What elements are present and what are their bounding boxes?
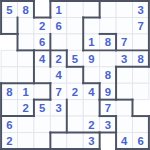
cell-r4-c1[interactable]: [1, 50, 17, 66]
cell-r6-c9[interactable]: [132, 83, 148, 99]
cell-r8-c4[interactable]: [50, 116, 66, 132]
given-digit-r9-c6: 3: [88, 135, 94, 147]
cell-r4-c2[interactable]: [18, 50, 34, 66]
cell-r5-c5[interactable]: [67, 67, 83, 83]
given-digit-r7-c4: 3: [55, 102, 61, 114]
given-digit-r8-c1: 6: [6, 119, 12, 131]
cell-r4-c7[interactable]: [100, 50, 116, 66]
given-digit-r1-c1: 5: [6, 4, 12, 16]
cell-r3-c9[interactable]: [132, 34, 148, 50]
cell-r8-c3[interactable]: [34, 116, 50, 132]
given-digit-r6-c5: 2: [72, 86, 78, 98]
given-digit-r1-c4: 1: [55, 4, 61, 16]
cell-r6-c8[interactable]: [116, 83, 132, 99]
given-digit-r7-c3: 5: [39, 102, 45, 114]
given-digit-r3-c6: 1: [88, 36, 94, 48]
given-digit-r1-c9: 3: [138, 4, 144, 16]
given-digit-r6-c6: 4: [88, 86, 95, 98]
given-digit-r3-c3: 6: [39, 36, 45, 48]
given-digit-r5-c4: 4: [55, 69, 62, 81]
given-digit-r2-c4: 6: [55, 20, 61, 32]
cell-r1-c7[interactable]: [100, 1, 116, 17]
cell-r1-c8[interactable]: [116, 1, 132, 17]
cell-r1-c6[interactable]: [83, 1, 99, 17]
cell-r5-c1[interactable]: [1, 67, 17, 83]
cell-r3-c4[interactable]: [50, 34, 66, 50]
given-digit-r9-c8: 4: [121, 135, 128, 147]
cell-r2-c6[interactable]: [83, 18, 99, 34]
cell-r8-c5[interactable]: [67, 116, 83, 132]
cell-r6-c3[interactable]: [34, 83, 50, 99]
given-digit-r2-c9: 7: [138, 20, 144, 32]
cell-r3-c5[interactable]: [67, 34, 83, 50]
cell-r8-c9[interactable]: [132, 116, 148, 132]
cell-r9-c2[interactable]: [18, 132, 34, 148]
cell-r5-c8[interactable]: [116, 67, 132, 83]
given-digit-r3-c8: 7: [121, 36, 127, 48]
cell-r2-c5[interactable]: [67, 18, 83, 34]
cell-r8-c2[interactable]: [18, 116, 34, 132]
given-digit-r4-c5: 5: [72, 53, 78, 65]
given-digit-r4-c3: 4: [39, 53, 46, 65]
given-digit-r2-c3: 2: [39, 20, 45, 32]
cell-r1-c5[interactable]: [67, 1, 83, 17]
sudoku-board: 581326761874259384881724925376232346: [0, 0, 150, 150]
given-digit-r9-c9: 6: [138, 135, 144, 147]
cell-r2-c8[interactable]: [116, 18, 132, 34]
given-digit-r7-c2: 2: [23, 102, 29, 114]
cell-r7-c8[interactable]: [116, 100, 132, 116]
cell-r9-c5[interactable]: [67, 132, 83, 148]
given-digit-r5-c7: 8: [105, 69, 111, 81]
given-digit-r4-c8: 3: [121, 53, 127, 65]
cell-r5-c6[interactable]: [83, 67, 99, 83]
given-digit-r3-c7: 8: [105, 36, 111, 48]
given-digit-r8-c7: 3: [105, 119, 111, 131]
given-digit-r4-c4: 2: [55, 53, 61, 65]
stairstep-grid: 581326761874259384881724925376232346: [0, 0, 150, 150]
given-digit-r6-c4: 7: [55, 86, 61, 98]
given-digit-r8-c6: 2: [88, 119, 94, 131]
cell-r8-c8[interactable]: [116, 116, 132, 132]
given-digit-r6-c7: 9: [105, 86, 111, 98]
given-digit-r1-c2: 8: [23, 4, 29, 16]
cell-r3-c2[interactable]: [18, 34, 34, 50]
cell-r2-c2[interactable]: [18, 18, 34, 34]
given-digit-r6-c2: 1: [23, 86, 29, 98]
cell-r9-c3[interactable]: [34, 132, 50, 148]
given-digit-r4-c9: 8: [138, 53, 144, 65]
given-digit-r6-c1: 8: [6, 86, 12, 98]
cell-r7-c5[interactable]: [67, 100, 83, 116]
given-digit-r7-c7: 7: [105, 102, 111, 114]
given-digit-r9-c1: 2: [6, 135, 12, 147]
cell-r7-c6[interactable]: [83, 100, 99, 116]
given-digit-r4-c6: 9: [88, 53, 94, 65]
cell-r2-c1[interactable]: [1, 18, 17, 34]
cell-r5-c9[interactable]: [132, 67, 148, 83]
cell-r7-c1[interactable]: [1, 100, 17, 116]
cell-r5-c2[interactable]: [18, 67, 34, 83]
cell-r9-c4[interactable]: [50, 132, 66, 148]
cell-r2-c7[interactable]: [100, 18, 116, 34]
cell-r5-c3[interactable]: [34, 67, 50, 83]
